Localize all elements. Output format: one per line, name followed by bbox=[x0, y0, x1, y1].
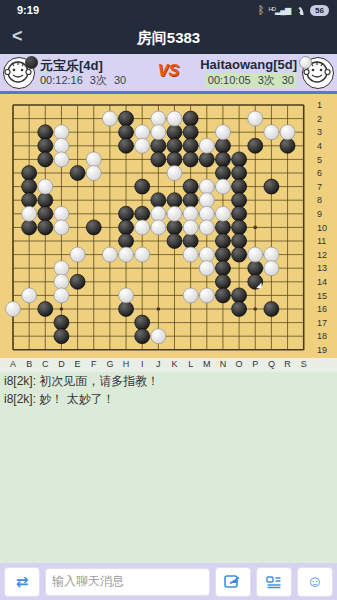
white-stone-D9 bbox=[54, 206, 69, 221]
white-stone-M4 bbox=[199, 138, 214, 153]
white-stone-A16 bbox=[6, 302, 21, 317]
black-stone-H2 bbox=[119, 111, 134, 126]
black-stone-O8 bbox=[232, 193, 247, 208]
chat-area[interactable]: i8[2k]: 初次见面，请多指教！i8[2k]: 妙！ 太妙了！ bbox=[0, 372, 337, 563]
white-stone-Q3 bbox=[264, 125, 279, 140]
row-label: 19 bbox=[317, 345, 327, 355]
black-stone-O9 bbox=[232, 206, 247, 221]
white-stone-L10 bbox=[183, 220, 198, 235]
white-player-avatar[interactable] bbox=[302, 57, 334, 89]
black-stone-I9 bbox=[135, 206, 150, 221]
black-stone-K8 bbox=[167, 193, 182, 208]
white-stone-M10 bbox=[199, 220, 214, 235]
col-label: N bbox=[220, 359, 227, 369]
black-stone-O7 bbox=[232, 179, 247, 194]
white-stone-I12 bbox=[135, 247, 150, 262]
black-stone-L4 bbox=[183, 138, 198, 153]
black-stone-L8 bbox=[183, 193, 198, 208]
black-stone-N11 bbox=[215, 234, 230, 249]
col-label: K bbox=[171, 359, 177, 369]
black-stone-H4 bbox=[119, 138, 134, 153]
black-stone-L5 bbox=[183, 152, 198, 167]
white-periods: 3次 bbox=[258, 74, 275, 86]
row-label: 9 bbox=[317, 209, 322, 219]
battery-icon: 56 bbox=[310, 5, 329, 16]
black-stone-I17 bbox=[135, 315, 150, 330]
black-stone-B10 bbox=[22, 220, 37, 235]
col-label: P bbox=[252, 359, 258, 369]
black-stone-O16 bbox=[232, 302, 247, 317]
row-label: 1 bbox=[317, 100, 322, 110]
send-icon bbox=[224, 574, 242, 589]
black-stone-C10 bbox=[38, 220, 53, 235]
black-stone-N14 bbox=[215, 274, 230, 289]
white-stone-D15 bbox=[54, 288, 69, 303]
black-stone-D17 bbox=[54, 315, 69, 330]
col-label: H bbox=[123, 359, 130, 369]
black-stone-K11 bbox=[167, 234, 182, 249]
black-stone-C8 bbox=[38, 193, 53, 208]
emoji-button[interactable]: ☺ bbox=[297, 567, 333, 597]
white-stone-G2 bbox=[102, 111, 117, 126]
white-stone-I10 bbox=[135, 220, 150, 235]
black-stone-Q7 bbox=[264, 179, 279, 194]
black-stone-J5 bbox=[151, 152, 166, 167]
black-stone-L3 bbox=[183, 125, 198, 140]
smiley-icon: ☺ bbox=[307, 573, 323, 591]
room-title: 房间5383 bbox=[0, 29, 337, 48]
row-label: 7 bbox=[317, 182, 322, 192]
black-stone-K4 bbox=[167, 138, 182, 153]
white-stone-Q13 bbox=[264, 261, 279, 276]
column-labels: ABCDEFGHIJKLMNOPQRS bbox=[0, 358, 337, 372]
black-stone-H9 bbox=[119, 206, 134, 221]
white-stone-H12 bbox=[119, 247, 134, 262]
white-stone-G12 bbox=[102, 247, 117, 262]
black-stone-N6 bbox=[215, 166, 230, 181]
black-stone-N10 bbox=[215, 220, 230, 235]
row-label: 10 bbox=[317, 223, 327, 233]
black-stone-C3 bbox=[38, 125, 53, 140]
white-stone-badge bbox=[299, 56, 312, 69]
black-stone-H16 bbox=[119, 302, 134, 317]
wifi-icon bbox=[294, 6, 306, 15]
black-stone-O5 bbox=[232, 152, 247, 167]
white-stone-N9 bbox=[215, 206, 230, 221]
col-label: E bbox=[75, 359, 81, 369]
col-label: O bbox=[236, 359, 243, 369]
white-stone-R3 bbox=[280, 125, 295, 140]
white-stone-D4 bbox=[54, 138, 69, 153]
white-stone-Q12 bbox=[264, 247, 279, 262]
white-stone-I3 bbox=[135, 125, 150, 140]
row-label: 6 bbox=[317, 168, 322, 178]
bluetooth-icon: ᛒ bbox=[258, 3, 265, 17]
list-icon bbox=[266, 575, 282, 589]
black-stone-C5 bbox=[38, 152, 53, 167]
row-label: 17 bbox=[317, 318, 327, 328]
white-stone-M12 bbox=[199, 247, 214, 262]
white-stone-J9 bbox=[151, 206, 166, 221]
black-stone-F10 bbox=[86, 220, 101, 235]
go-board[interactable]: 12345678910111213141516171819 bbox=[0, 94, 337, 359]
signal-icon: HD▂▄▆ bbox=[268, 6, 290, 15]
white-stone-L12 bbox=[183, 247, 198, 262]
white-stone-M9 bbox=[199, 206, 214, 221]
black-stone-O10 bbox=[232, 220, 247, 235]
col-label: G bbox=[106, 359, 113, 369]
white-stone-D10 bbox=[54, 220, 69, 235]
row-label: 8 bbox=[317, 195, 322, 205]
col-label: B bbox=[26, 359, 32, 369]
white-stone-I4 bbox=[135, 138, 150, 153]
white-stone-J10 bbox=[151, 220, 166, 235]
white-stone-K6 bbox=[167, 166, 182, 181]
title-bar: < 房间5383 bbox=[0, 22, 337, 54]
black-stone-B8 bbox=[22, 193, 37, 208]
black-stone-K10 bbox=[167, 220, 182, 235]
black-stone-P13 bbox=[248, 261, 263, 276]
white-stone-N7 bbox=[215, 179, 230, 194]
black-stone-C4 bbox=[38, 138, 53, 153]
col-label: M bbox=[203, 359, 211, 369]
send-button[interactable] bbox=[215, 567, 251, 597]
black-stone-N13 bbox=[215, 261, 230, 276]
white-stone-L15 bbox=[183, 288, 198, 303]
white-stone-K9 bbox=[167, 206, 182, 221]
black-stone-H10 bbox=[119, 220, 134, 235]
row-label: 12 bbox=[317, 250, 327, 260]
white-stone-K2 bbox=[167, 111, 182, 126]
black-stone-O6 bbox=[232, 166, 247, 181]
clock-time: 9:19 bbox=[17, 4, 39, 16]
col-label: D bbox=[58, 359, 65, 369]
status-icons: ᛒ HD▂▄▆ 56 bbox=[258, 3, 329, 17]
swap-icon: ⇄ bbox=[16, 573, 29, 591]
white-stone-C7 bbox=[38, 179, 53, 194]
white-stone-M7 bbox=[199, 179, 214, 194]
chat-message: i8[2k]: 妙！ 太妙了！ bbox=[0, 390, 337, 408]
white-stone-P12 bbox=[248, 247, 263, 262]
col-label: S bbox=[301, 359, 307, 369]
row-label: 3 bbox=[317, 127, 322, 137]
col-label: R bbox=[284, 359, 291, 369]
white-stone-N3 bbox=[215, 125, 230, 140]
col-label: Q bbox=[268, 359, 275, 369]
white-period-seconds: 30 bbox=[282, 74, 294, 86]
chat-input-placeholder: 输入聊天消息 bbox=[52, 573, 124, 590]
black-stone-E6 bbox=[70, 166, 85, 181]
row-labels: 12345678910111213141516171819 bbox=[317, 100, 327, 355]
col-label: F bbox=[91, 359, 97, 369]
white-player-clock-active: 00:10:053次30 bbox=[205, 73, 297, 88]
black-stone-H3 bbox=[119, 125, 134, 140]
col-label: L bbox=[188, 359, 193, 369]
black-stone-B6 bbox=[22, 166, 37, 181]
black-stone-L11 bbox=[183, 234, 198, 249]
row-label: 15 bbox=[317, 291, 327, 301]
chat-input[interactable]: 输入聊天消息 bbox=[45, 568, 210, 596]
white-stone-J18 bbox=[151, 329, 166, 344]
white-stone-E12 bbox=[70, 247, 85, 262]
col-label: A bbox=[10, 359, 16, 369]
moves-list-button[interactable] bbox=[256, 567, 292, 597]
white-stone-M13 bbox=[199, 261, 214, 276]
white-time: 00:10:05 bbox=[208, 74, 251, 86]
white-stone-J2 bbox=[151, 111, 166, 126]
black-stone-L7 bbox=[183, 179, 198, 194]
col-label: I bbox=[141, 359, 144, 369]
black-stone-N15 bbox=[215, 288, 230, 303]
white-stone-M15 bbox=[199, 288, 214, 303]
black-stone-H11 bbox=[119, 234, 134, 249]
black-stone-B7 bbox=[22, 179, 37, 194]
row-label: 2 bbox=[317, 114, 322, 124]
black-stone-J4 bbox=[151, 138, 166, 153]
black-stone-O11 bbox=[232, 234, 247, 249]
black-stone-R4 bbox=[280, 138, 295, 153]
white-stone-F6 bbox=[86, 166, 101, 181]
black-stone-O15 bbox=[232, 288, 247, 303]
black-stone-O12 bbox=[232, 247, 247, 262]
black-stone-J8 bbox=[151, 193, 166, 208]
white-stone-D13 bbox=[54, 261, 69, 276]
black-stone-C9 bbox=[38, 206, 53, 221]
col-label: J bbox=[156, 359, 161, 369]
chat-message: i8[2k]: 初次见面，请多指教！ bbox=[0, 372, 337, 390]
black-stone-L2 bbox=[183, 111, 198, 126]
row-label: 13 bbox=[317, 263, 327, 273]
black-stone-N5 bbox=[215, 152, 230, 167]
row-label: 14 bbox=[317, 277, 327, 287]
black-stone-E14 bbox=[70, 274, 85, 289]
black-stone-I18 bbox=[135, 329, 150, 344]
status-bar: 9:19 ᛒ HD▂▄▆ 56 bbox=[0, 0, 337, 22]
white-stone-D3 bbox=[54, 125, 69, 140]
black-stone-K3 bbox=[167, 125, 182, 140]
white-stone-B15 bbox=[22, 288, 37, 303]
chat-input-bar: ⇄ 输入聊天消息 ☺ bbox=[0, 563, 337, 600]
black-stone-C16 bbox=[38, 302, 53, 317]
player-bar: 元宝乐[4d] 00:12:163次30 VS Haitaowang[5d] 0… bbox=[0, 54, 337, 91]
black-stone-N12 bbox=[215, 247, 230, 262]
swap-button[interactable]: ⇄ bbox=[4, 567, 40, 597]
row-label: 11 bbox=[317, 236, 326, 246]
row-label: 18 bbox=[317, 331, 327, 341]
black-stone-M5 bbox=[199, 152, 214, 167]
row-label: 4 bbox=[317, 141, 322, 151]
row-label: 16 bbox=[317, 304, 327, 314]
white-stone-F5 bbox=[86, 152, 101, 167]
white-stone-H15 bbox=[119, 288, 134, 303]
white-stone-P2 bbox=[248, 111, 263, 126]
black-stone-N4 bbox=[215, 138, 230, 153]
black-stone-K5 bbox=[167, 152, 182, 167]
col-label: C bbox=[42, 359, 49, 369]
white-stone-D14 bbox=[54, 274, 69, 289]
white-stone-L9 bbox=[183, 206, 198, 221]
black-stone-I7 bbox=[135, 179, 150, 194]
black-stone-D18 bbox=[54, 329, 69, 344]
row-label: 5 bbox=[317, 155, 322, 165]
white-stone-J3 bbox=[151, 125, 166, 140]
white-stone-M8 bbox=[199, 193, 214, 208]
black-stone-P4 bbox=[248, 138, 263, 153]
white-player-name: Haitaowang[5d] bbox=[200, 57, 297, 72]
white-stone-D5 bbox=[54, 152, 69, 167]
black-stone-Q16 bbox=[264, 302, 279, 317]
white-stone-B9 bbox=[22, 206, 37, 221]
